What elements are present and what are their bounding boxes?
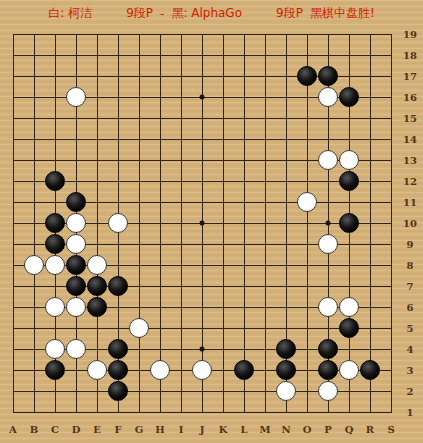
row-label-19: 19 <box>399 29 421 40</box>
white-stone <box>87 255 107 275</box>
black-player-label: 黑: AlphaGo <box>171 5 242 22</box>
column-label-c: C <box>45 424 65 435</box>
black-stone <box>318 360 338 380</box>
star-point <box>200 347 205 352</box>
white-stone <box>66 234 86 254</box>
black-stone <box>339 87 359 107</box>
row-label-15: 15 <box>399 113 421 124</box>
white-stone <box>318 381 338 401</box>
black-stone <box>66 276 86 296</box>
row-label-7: 7 <box>399 281 421 292</box>
white-stone <box>339 360 359 380</box>
white-stone <box>339 297 359 317</box>
black-stone <box>276 339 296 359</box>
row-label-13: 13 <box>399 155 421 166</box>
white-stone <box>87 360 107 380</box>
white-stone <box>276 381 296 401</box>
row-label-9: 9 <box>399 239 421 250</box>
black-stone <box>318 339 338 359</box>
row-label-3: 3 <box>399 365 421 376</box>
column-label-k: K <box>213 424 233 435</box>
column-label-b: B <box>24 424 44 435</box>
black-stone <box>234 360 254 380</box>
black-player-rank: 9段P <box>276 5 303 22</box>
row-label-16: 16 <box>399 92 421 103</box>
row-label-11: 11 <box>399 197 421 208</box>
column-label-d: D <box>66 424 86 435</box>
go-game-viewer: 白: 柯洁 9段P - 黑: AlphaGo 9段P 黑棋中盘胜! ABCDEF… <box>0 0 423 443</box>
white-stone <box>192 360 212 380</box>
white-player-label: 白: 柯洁 <box>48 5 92 22</box>
black-stone <box>108 276 128 296</box>
white-player-rank: 9段P <box>126 5 153 22</box>
white-stone <box>318 150 338 170</box>
white-stone <box>66 213 86 233</box>
black-stone <box>360 360 380 380</box>
column-label-s: S <box>381 424 401 435</box>
column-label-j: J <box>192 424 212 435</box>
row-label-18: 18 <box>399 50 421 61</box>
white-stone <box>24 255 44 275</box>
column-label-n: N <box>276 424 296 435</box>
black-stone <box>318 66 338 86</box>
black-stone <box>66 255 86 275</box>
black-stone <box>276 360 296 380</box>
column-label-f: F <box>108 424 128 435</box>
column-label-p: P <box>318 424 338 435</box>
white-stone <box>66 339 86 359</box>
row-label-14: 14 <box>399 134 421 145</box>
white-stone <box>45 297 65 317</box>
column-label-a: A <box>3 424 23 435</box>
white-stone <box>45 255 65 275</box>
row-label-1: 1 <box>399 407 421 418</box>
white-stone <box>297 192 317 212</box>
game-info-header: 白: 柯洁 9段P - 黑: AlphaGo 9段P 黑棋中盘胜! <box>0 0 423 27</box>
black-stone <box>45 213 65 233</box>
star-point <box>200 95 205 100</box>
players-separator: - <box>160 7 164 21</box>
black-stone <box>339 318 359 338</box>
column-label-o: O <box>297 424 317 435</box>
black-stone <box>339 213 359 233</box>
white-stone <box>66 87 86 107</box>
star-point <box>326 221 331 226</box>
black-stone <box>297 66 317 86</box>
star-point <box>200 221 205 226</box>
white-stone <box>129 318 149 338</box>
row-label-6: 6 <box>399 302 421 313</box>
column-label-m: M <box>255 424 275 435</box>
white-stone <box>318 87 338 107</box>
black-stone <box>108 360 128 380</box>
black-stone <box>87 276 107 296</box>
column-label-q: Q <box>339 424 359 435</box>
white-stone <box>318 234 338 254</box>
row-label-4: 4 <box>399 344 421 355</box>
white-stone <box>318 297 338 317</box>
column-label-e: E <box>87 424 107 435</box>
black-stone <box>45 234 65 254</box>
game-result-label: 黑棋中盘胜! <box>310 5 375 22</box>
white-stone <box>150 360 170 380</box>
black-stone <box>108 339 128 359</box>
black-stone <box>45 360 65 380</box>
row-label-2: 2 <box>399 386 421 397</box>
black-stone <box>87 297 107 317</box>
column-label-g: G <box>129 424 149 435</box>
row-label-8: 8 <box>399 260 421 271</box>
white-stone <box>339 150 359 170</box>
black-stone <box>45 171 65 191</box>
column-label-h: H <box>150 424 170 435</box>
black-stone <box>108 381 128 401</box>
row-label-12: 12 <box>399 176 421 187</box>
black-stone <box>339 171 359 191</box>
row-label-5: 5 <box>399 323 421 334</box>
row-label-17: 17 <box>399 71 421 82</box>
black-stone <box>66 192 86 212</box>
column-label-r: R <box>360 424 380 435</box>
row-label-10: 10 <box>399 218 421 229</box>
white-stone <box>45 339 65 359</box>
white-stone <box>66 297 86 317</box>
column-label-l: L <box>234 424 254 435</box>
column-label-i: I <box>171 424 191 435</box>
white-stone <box>108 213 128 233</box>
